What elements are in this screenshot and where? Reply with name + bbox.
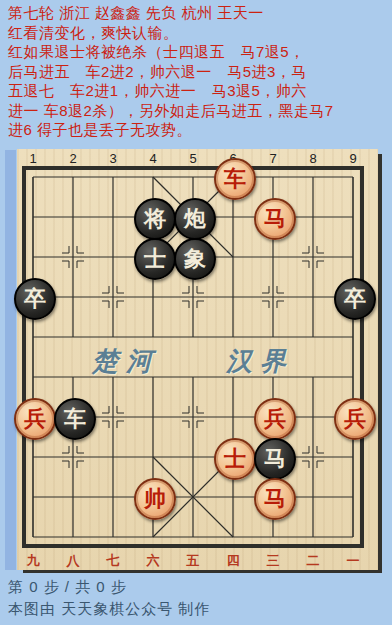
commentary-line: 进6 得子也是丢子无攻势。 <box>8 120 390 140</box>
board-surface[interactable]: 1 2 3 4 5 6 7 8 9 楚河 汉界 车将炮马士象卒卒兵车兵兵士马帅马… <box>17 149 378 570</box>
file-label: 二 <box>293 552 333 570</box>
piece-black-炮[interactable]: 炮 <box>174 198 216 240</box>
piece-black-士[interactable]: 士 <box>134 238 176 280</box>
piece-red-兵[interactable]: 兵 <box>254 398 296 440</box>
file-label: 七 <box>93 552 133 570</box>
piece-red-马[interactable]: 马 <box>254 198 296 240</box>
xiangqi-board-block: 1 2 3 4 5 6 7 8 9 楚河 汉界 车将炮马士象卒卒兵车兵兵士马帅马… <box>0 149 392 573</box>
commentary-line: 红看清变化，爽快认输。 <box>8 23 390 43</box>
page: 第七轮 浙江 赵鑫鑫 先负 杭州 王天一 红看清变化，爽快认输。 红如果退士将被… <box>0 0 392 625</box>
move-counter: 第 0 步 / 共 0 步 <box>8 578 127 597</box>
red-file-labels: 九 八 七 六 五 四 三 二 一 <box>13 552 373 566</box>
piece-red-马[interactable]: 马 <box>254 478 296 520</box>
piece-black-卒[interactable]: 卒 <box>334 278 376 320</box>
commentary-line: 第七轮 浙江 赵鑫鑫 先负 杭州 王天一 <box>8 3 390 23</box>
piece-black-将[interactable]: 将 <box>134 198 176 240</box>
file-label: 九 <box>13 552 53 570</box>
commentary: 第七轮 浙江 赵鑫鑫 先负 杭州 王天一 红看清变化，爽快认输。 红如果退士将被… <box>8 3 390 140</box>
file-label: 一 <box>333 552 373 570</box>
river-label-han: 汉界 <box>217 346 303 378</box>
file-label: 五 <box>173 552 213 570</box>
commentary-line: 五退七 车2进1，帅六进一 马3退5，帅六 <box>8 81 390 101</box>
piece-red-车[interactable]: 车 <box>214 158 256 200</box>
credit: 本图由 天天象棋公众号 制作 <box>8 600 210 619</box>
commentary-line: 红如果退士将被绝杀（士四退五 马7退5， <box>8 42 390 62</box>
file-label: 三 <box>253 552 293 570</box>
left-blue-strip <box>5 150 16 570</box>
piece-black-车[interactable]: 车 <box>54 398 96 440</box>
piece-red-帅[interactable]: 帅 <box>134 478 176 520</box>
piece-black-马[interactable]: 马 <box>254 438 296 480</box>
file-label: 八 <box>53 552 93 570</box>
piece-black-象[interactable]: 象 <box>174 238 216 280</box>
piece-red-兵[interactable]: 兵 <box>334 398 376 440</box>
commentary-line: 后马进五 车2进2，帅六退一 马5进3，马 <box>8 62 390 82</box>
river-label-chu: 楚河 <box>83 346 169 378</box>
piece-red-兵[interactable]: 兵 <box>14 398 56 440</box>
piece-black-卒[interactable]: 卒 <box>14 278 56 320</box>
file-label: 四 <box>213 552 253 570</box>
commentary-line: 进一 车8退2杀），另外如走后马进五，黑走马7 <box>8 101 390 121</box>
piece-red-士[interactable]: 士 <box>214 438 256 480</box>
file-label: 六 <box>133 552 173 570</box>
